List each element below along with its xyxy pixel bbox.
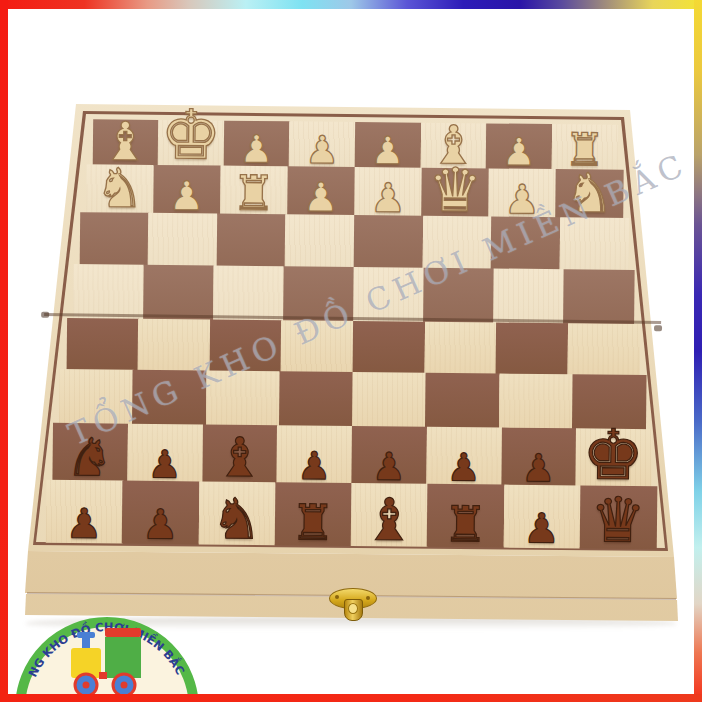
square-e6 [354, 215, 424, 268]
square-g5 [493, 268, 564, 323]
square-c6 [216, 214, 286, 267]
square-d6 [285, 214, 355, 267]
piece-dark-pawn: ♟ [65, 503, 102, 544]
hinge-icon [654, 325, 662, 331]
rainbow-border-top [0, 0, 702, 9]
brass-clasp-icon [328, 586, 378, 626]
square-h5 [563, 269, 634, 324]
piece-dark-pawn: ♟ [523, 508, 560, 549]
piece-light-pawn: ♟ [239, 130, 273, 168]
piece-light-pawn: ♟ [303, 177, 339, 217]
square-g4 [496, 323, 569, 375]
piece-dark-bishop: ♝ [363, 491, 416, 550]
square-a6 [79, 212, 149, 265]
square-b5 [143, 265, 214, 320]
piece-dark-pawn: ♟ [372, 447, 406, 485]
rainbow-border-right [694, 0, 702, 702]
piece-dark-pawn: ♟ [142, 504, 179, 545]
square-b6 [148, 213, 218, 266]
piece-dark-rook: ♜ [291, 498, 335, 547]
piece-dark-queen: ♛ [590, 489, 646, 552]
rainbow-border-left [0, 0, 8, 702]
piece-dark-pawn: ♟ [446, 448, 480, 486]
square-g3 [498, 374, 572, 429]
square-c5 [213, 266, 284, 321]
piece-light-knight: ♞ [95, 162, 144, 217]
rainbow-border-bottom [0, 694, 702, 702]
piece-dark-rook: ♜ [443, 500, 487, 549]
square-f4 [424, 322, 497, 374]
clasp-screw [335, 595, 339, 599]
piece-dark-pawn: ♟ [147, 445, 181, 483]
piece-light-rook: ♜ [232, 169, 276, 217]
square-f3 [425, 373, 499, 428]
hinge-icon [41, 312, 49, 318]
piece-light-pawn: ♟ [370, 178, 406, 218]
square-e4 [353, 321, 426, 373]
piece-light-pawn: ♟ [370, 131, 404, 169]
piece-light-pawn: ♟ [168, 175, 204, 215]
piece-dark-pawn: ♟ [521, 449, 555, 487]
piece-dark-king: ♚ [582, 421, 645, 491]
chess-set-product-photo: { "game": "chess", "scene": { "subject":… [0, 0, 702, 702]
piece-light-king: ♚ [160, 101, 222, 170]
square-a5 [73, 264, 144, 319]
square-a4 [66, 318, 139, 370]
piece-light-pawn: ♟ [305, 131, 339, 169]
square-e3 [352, 372, 426, 427]
piece-dark-pawn: ♟ [297, 447, 331, 485]
piece-dark-bishop: ♝ [215, 431, 264, 486]
square-h4 [567, 323, 640, 375]
piece-light-queen: ♛ [428, 159, 482, 220]
brand-logo: TỔNG KHO ĐỒ CHƠI MIỀN BẮC 68 [12, 606, 212, 702]
piece-light-pawn: ♟ [502, 133, 536, 171]
clasp-knob [348, 603, 358, 614]
square-d3 [279, 371, 353, 426]
piece-dark-knight: ♞ [211, 491, 262, 548]
clasp-screw [366, 596, 370, 600]
